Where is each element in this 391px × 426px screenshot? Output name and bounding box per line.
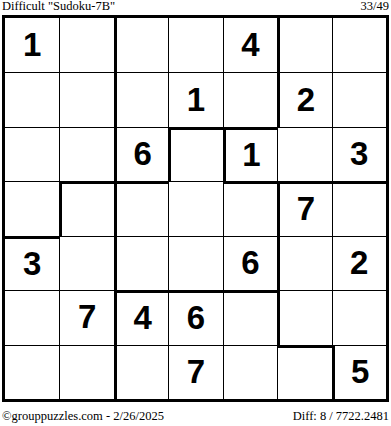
cell-r2c2[interactable]: 6: [114, 127, 168, 181]
cell-r5c3[interactable]: 6: [168, 290, 222, 344]
given-digit: 4: [133, 301, 151, 334]
cell-r1c0[interactable]: [5, 72, 59, 126]
cell-r0c3[interactable]: [168, 18, 222, 72]
cell-r0c1[interactable]: [59, 18, 113, 72]
given-digit: 6: [133, 137, 151, 170]
cell-r1c5[interactable]: 2: [277, 72, 331, 126]
cell-r4c4[interactable]: 6: [223, 236, 277, 290]
cell-r6c0[interactable]: [5, 345, 59, 399]
footer-bar: ©grouppuzzles.com - 2/26/2025 Diff: 8 / …: [2, 407, 389, 423]
cell-r1c6[interactable]: [332, 72, 386, 126]
given-digit: 1: [242, 138, 260, 171]
cell-r5c5[interactable]: [277, 290, 331, 344]
cell-r3c2[interactable]: [114, 181, 168, 235]
cell-r4c0[interactable]: 3: [5, 236, 59, 290]
cell-r1c1[interactable]: [59, 72, 113, 126]
cell-r3c4[interactable]: [223, 181, 277, 235]
sudoku-board: 1412613736274675: [2, 15, 389, 402]
cell-r4c6[interactable]: 2: [332, 236, 386, 290]
cell-r3c3[interactable]: [168, 181, 222, 235]
cell-r5c1[interactable]: 7: [59, 290, 113, 344]
difficulty-text: Diff: 8 / 7722.2481: [293, 409, 389, 423]
cell-r6c6[interactable]: 5: [332, 345, 386, 399]
cell-r3c1[interactable]: [59, 181, 113, 235]
cell-r3c6[interactable]: [332, 181, 386, 235]
cell-r0c6[interactable]: [332, 18, 386, 72]
cell-r2c5[interactable]: [277, 127, 331, 181]
given-digit: 1: [187, 83, 205, 116]
cell-r6c2[interactable]: [114, 345, 168, 399]
cell-r2c6[interactable]: 3: [332, 127, 386, 181]
cell-r6c3[interactable]: 7: [168, 345, 222, 399]
cell-r0c4[interactable]: 4: [223, 18, 277, 72]
cell-r3c0[interactable]: [5, 181, 59, 235]
given-digit: 6: [187, 301, 205, 334]
given-digit: 4: [241, 28, 259, 61]
cell-r4c2[interactable]: [114, 236, 168, 290]
cell-r4c5[interactable]: [277, 236, 331, 290]
given-digit: 6: [241, 246, 259, 279]
cell-r0c5[interactable]: [277, 18, 331, 72]
cell-r2c0[interactable]: [5, 127, 59, 181]
header-bar: Difficult "Sudoku-7B" 33/49: [2, 0, 389, 14]
copyright-text: ©grouppuzzles.com - 2/26/2025: [2, 409, 164, 423]
cell-r1c2[interactable]: [114, 72, 168, 126]
progress-counter: 33/49: [361, 0, 389, 13]
given-digit: 5: [351, 355, 369, 388]
cell-r6c4[interactable]: [223, 345, 277, 399]
given-digit: 3: [23, 247, 41, 280]
given-digit: 2: [350, 246, 368, 279]
cell-r6c5[interactable]: [277, 345, 331, 399]
cell-r2c3[interactable]: [168, 127, 222, 181]
cell-r1c3[interactable]: 1: [168, 72, 222, 126]
cell-r5c0[interactable]: [5, 290, 59, 344]
given-digit: 2: [297, 83, 315, 116]
cell-r5c6[interactable]: [332, 290, 386, 344]
given-digit: 7: [78, 300, 96, 333]
cell-r2c4[interactable]: 1: [223, 127, 277, 181]
given-digit: 3: [350, 137, 368, 170]
given-digit: 1: [23, 28, 41, 61]
given-digit: 7: [187, 355, 205, 388]
puzzle-page: Difficult "Sudoku-7B" 33/49 141261373627…: [0, 0, 391, 426]
cell-r0c2[interactable]: [114, 18, 168, 72]
cell-r6c1[interactable]: [59, 345, 113, 399]
cell-r1c4[interactable]: [223, 72, 277, 126]
cell-r2c1[interactable]: [59, 127, 113, 181]
cell-r5c4[interactable]: [223, 290, 277, 344]
cell-r0c0[interactable]: 1: [5, 18, 59, 72]
cell-r3c5[interactable]: 7: [277, 181, 331, 235]
cell-r4c3[interactable]: [168, 236, 222, 290]
cell-r5c2[interactable]: 4: [114, 290, 168, 344]
cell-r4c1[interactable]: [59, 236, 113, 290]
given-digit: 7: [297, 192, 315, 225]
puzzle-title: Difficult "Sudoku-7B": [2, 0, 115, 13]
